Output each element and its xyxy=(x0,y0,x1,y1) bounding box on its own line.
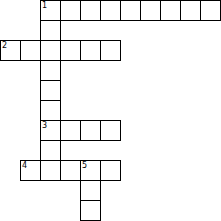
crossword-cell-r2c0[interactable]: 2 xyxy=(0,40,21,61)
crossword-cell-r6c2[interactable]: 3 xyxy=(40,120,61,141)
crossword-cell-r0c9[interactable] xyxy=(180,0,201,21)
crossword-cell-r2c3[interactable] xyxy=(60,40,81,61)
crossword-cell-r5c2[interactable] xyxy=(40,100,61,121)
crossword-cell-r2c2[interactable] xyxy=(40,40,61,61)
crossword-cell-r2c1[interactable] xyxy=(20,40,41,61)
crossword-cell-r1c2[interactable] xyxy=(40,20,61,41)
crossword-cell-r0c5[interactable] xyxy=(100,0,121,21)
crossword-cell-r6c4[interactable] xyxy=(80,120,101,141)
crossword-cell-r8c4[interactable]: 5 xyxy=(80,160,101,181)
crossword-cell-r0c10[interactable] xyxy=(200,0,221,21)
crossword-cell-r7c2[interactable] xyxy=(40,140,61,161)
clue-number-3: 3 xyxy=(42,121,47,130)
crossword-cell-r0c8[interactable] xyxy=(160,0,181,21)
crossword-cell-r8c2[interactable] xyxy=(40,160,61,181)
crossword-cell-r0c6[interactable] xyxy=(120,0,141,21)
crossword-cell-r0c3[interactable] xyxy=(60,0,81,21)
crossword-cell-r6c3[interactable] xyxy=(60,120,81,141)
crossword-cell-r2c4[interactable] xyxy=(80,40,101,61)
crossword-grid: 12345 xyxy=(0,0,221,221)
crossword-cell-r2c5[interactable] xyxy=(100,40,121,61)
crossword-cell-r8c1[interactable]: 4 xyxy=(20,160,41,181)
crossword-cell-r3c2[interactable] xyxy=(40,60,61,81)
crossword-cell-r4c2[interactable] xyxy=(40,80,61,101)
crossword-cell-r9c4[interactable] xyxy=(80,180,101,201)
clue-number-5: 5 xyxy=(82,161,87,170)
crossword-cell-r6c5[interactable] xyxy=(100,120,121,141)
crossword-cell-r8c5[interactable] xyxy=(100,160,121,181)
crossword-cell-r0c2[interactable]: 1 xyxy=(40,0,61,21)
clue-number-4: 4 xyxy=(22,161,27,170)
crossword-cell-r8c3[interactable] xyxy=(60,160,81,181)
clue-number-2: 2 xyxy=(2,41,7,50)
crossword-cell-r0c7[interactable] xyxy=(140,0,161,21)
crossword-cell-r10c4[interactable] xyxy=(80,200,101,221)
crossword-cell-r0c4[interactable] xyxy=(80,0,101,21)
clue-number-1: 1 xyxy=(42,1,47,10)
